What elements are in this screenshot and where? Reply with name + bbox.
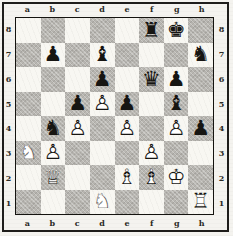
square-h3[interactable] (188, 141, 213, 166)
square-d2[interactable] (90, 165, 115, 190)
rank-right-label-8: 8 (216, 17, 227, 42)
square-a8[interactable] (16, 18, 41, 43)
black-pawn-h4[interactable]: ♟ (191, 118, 210, 139)
file-top-label-d: d (90, 4, 115, 15)
square-c1[interactable] (65, 190, 90, 215)
file-bottom-label-c: c (65, 218, 90, 229)
square-c6[interactable] (65, 67, 90, 92)
square-c3[interactable] (65, 141, 90, 166)
square-f8[interactable]: ♜ (139, 18, 164, 43)
square-h1[interactable]: ♖ (188, 190, 213, 215)
square-g4[interactable]: ♙ (164, 116, 189, 141)
square-e4[interactable]: ♙ (115, 116, 140, 141)
square-g3[interactable] (164, 141, 189, 166)
board: ♜♚♟♝♞♟♛♟♟♙♟♝♞♙♙♙♟♘♙♙♕♗♗♔♘♖ (15, 17, 214, 215)
square-b1[interactable] (41, 190, 66, 215)
square-d4[interactable] (90, 116, 115, 141)
white-rook-h1[interactable]: ♖ (191, 191, 210, 212)
rank-left-label-7: 7 (3, 42, 14, 67)
white-king-g2[interactable]: ♔ (167, 167, 186, 188)
square-h2[interactable] (188, 165, 213, 190)
square-d8[interactable] (90, 18, 115, 43)
square-c7[interactable] (65, 43, 90, 68)
square-a5[interactable] (16, 92, 41, 117)
square-e6[interactable] (115, 67, 140, 92)
square-e2[interactable]: ♗ (115, 165, 140, 190)
file-top-label-e: e (115, 4, 140, 15)
rank-right-label-1: 1 (216, 190, 227, 215)
file-bottom-label-f: f (139, 218, 164, 229)
white-pawn-g4[interactable]: ♙ (167, 118, 186, 139)
rank-left-label-4: 4 (3, 116, 14, 141)
chess-diagram: abcdefgh 87654321 ♜♚♟♝♞♟♛♟♟♙♟♝♞♙♙♙♟♘♙♙♕♗… (0, 0, 233, 236)
square-f2[interactable]: ♗ (139, 165, 164, 190)
square-f6[interactable]: ♛ (139, 67, 164, 92)
square-e7[interactable] (115, 43, 140, 68)
square-g8[interactable]: ♚ (164, 18, 189, 43)
square-a2[interactable] (16, 165, 41, 190)
file-bottom-label-d: d (90, 218, 115, 229)
square-d1[interactable]: ♘ (90, 190, 115, 215)
white-pawn-e4[interactable]: ♙ (117, 118, 136, 139)
square-g6[interactable]: ♟ (164, 67, 189, 92)
file-bottom-label-g: g (164, 218, 189, 229)
square-a7[interactable] (16, 43, 41, 68)
square-b2[interactable]: ♕ (41, 165, 66, 190)
rank-left-label-6: 6 (3, 67, 14, 92)
square-c4[interactable]: ♙ (65, 116, 90, 141)
rank-right-label-2: 2 (216, 166, 227, 191)
square-b3[interactable]: ♙ (41, 141, 66, 166)
square-g1[interactable] (164, 190, 189, 215)
square-e1[interactable] (115, 190, 140, 215)
square-e8[interactable] (115, 18, 140, 43)
square-h5[interactable] (188, 92, 213, 117)
square-a1[interactable] (16, 190, 41, 215)
black-knight-b4[interactable]: ♞ (44, 118, 63, 139)
file-top-label-h: h (189, 4, 214, 15)
rank-right-label-5: 5 (216, 91, 227, 116)
file-top-label-g: g (164, 4, 189, 15)
square-h7[interactable]: ♞ (188, 43, 213, 68)
black-pawn-d6[interactable]: ♟ (93, 69, 112, 90)
ranks-right: 87654321 (216, 17, 227, 215)
black-king-g8[interactable]: ♚ (167, 20, 186, 41)
square-g5[interactable]: ♝ (164, 92, 189, 117)
white-bishop-f2[interactable]: ♗ (142, 167, 161, 188)
square-d5[interactable]: ♙ (90, 92, 115, 117)
files-top: abcdefgh (15, 4, 214, 15)
rank-left-label-5: 5 (3, 91, 14, 116)
square-f4[interactable] (139, 116, 164, 141)
file-bottom-label-b: b (40, 218, 65, 229)
square-c2[interactable] (65, 165, 90, 190)
square-g2[interactable]: ♔ (164, 165, 189, 190)
square-b4[interactable]: ♞ (41, 116, 66, 141)
black-queen-f6[interactable]: ♛ (142, 69, 161, 90)
square-a6[interactable] (16, 67, 41, 92)
files-bottom: abcdefgh (15, 218, 214, 229)
square-a4[interactable] (16, 116, 41, 141)
square-f5[interactable] (139, 92, 164, 117)
rank-left-label-3: 3 (3, 141, 14, 166)
square-f3[interactable]: ♙ (139, 141, 164, 166)
square-f7[interactable] (139, 43, 164, 68)
square-h6[interactable] (188, 67, 213, 92)
black-bishop-d7[interactable]: ♝ (93, 44, 112, 65)
file-bottom-label-e: e (115, 218, 140, 229)
rank-right-label-7: 7 (216, 42, 227, 67)
square-g7[interactable] (164, 43, 189, 68)
white-queen-b2[interactable]: ♕ (44, 167, 63, 188)
square-h8[interactable] (188, 18, 213, 43)
white-knight-d1[interactable]: ♘ (93, 191, 112, 212)
square-c5[interactable]: ♟ (65, 92, 90, 117)
file-bottom-label-a: a (15, 218, 40, 229)
black-pawn-e5[interactable]: ♟ (117, 93, 136, 114)
file-top-label-a: a (15, 4, 40, 15)
file-top-label-f: f (139, 4, 164, 15)
rank-left-label-1: 1 (3, 190, 14, 215)
black-bishop-g5[interactable]: ♝ (167, 93, 186, 114)
black-pawn-b7[interactable]: ♟ (44, 44, 63, 65)
rank-right-label-3: 3 (216, 141, 227, 166)
square-a3[interactable]: ♘ (16, 141, 41, 166)
white-pawn-b3[interactable]: ♙ (44, 142, 63, 163)
square-e3[interactable] (115, 141, 140, 166)
square-b6[interactable] (41, 67, 66, 92)
ranks-left: 87654321 (3, 17, 14, 215)
file-top-label-c: c (65, 4, 90, 15)
rank-right-label-6: 6 (216, 67, 227, 92)
file-top-label-b: b (40, 4, 65, 15)
square-b7[interactable]: ♟ (41, 43, 66, 68)
white-pawn-d5[interactable]: ♙ (93, 93, 112, 114)
white-pawn-c4[interactable]: ♙ (68, 118, 87, 139)
rank-left-label-8: 8 (3, 17, 14, 42)
file-bottom-label-h: h (189, 218, 214, 229)
black-knight-h7[interactable]: ♞ (191, 44, 210, 65)
rank-left-label-2: 2 (3, 166, 14, 191)
black-pawn-c5[interactable]: ♟ (68, 93, 87, 114)
square-b5[interactable] (41, 92, 66, 117)
square-f1[interactable] (139, 190, 164, 215)
square-d7[interactable]: ♝ (90, 43, 115, 68)
rank-right-label-4: 4 (216, 116, 227, 141)
square-h4[interactable]: ♟ (188, 116, 213, 141)
black-rook-f8[interactable]: ♜ (142, 20, 161, 41)
square-c8[interactable] (65, 18, 90, 43)
white-pawn-f3[interactable]: ♙ (142, 142, 161, 163)
square-b8[interactable] (41, 18, 66, 43)
square-d6[interactable]: ♟ (90, 67, 115, 92)
black-pawn-g6[interactable]: ♟ (167, 69, 186, 90)
square-e5[interactable]: ♟ (115, 92, 140, 117)
square-d3[interactable] (90, 141, 115, 166)
white-knight-a3[interactable]: ♘ (19, 142, 38, 163)
white-bishop-e2[interactable]: ♗ (117, 167, 136, 188)
